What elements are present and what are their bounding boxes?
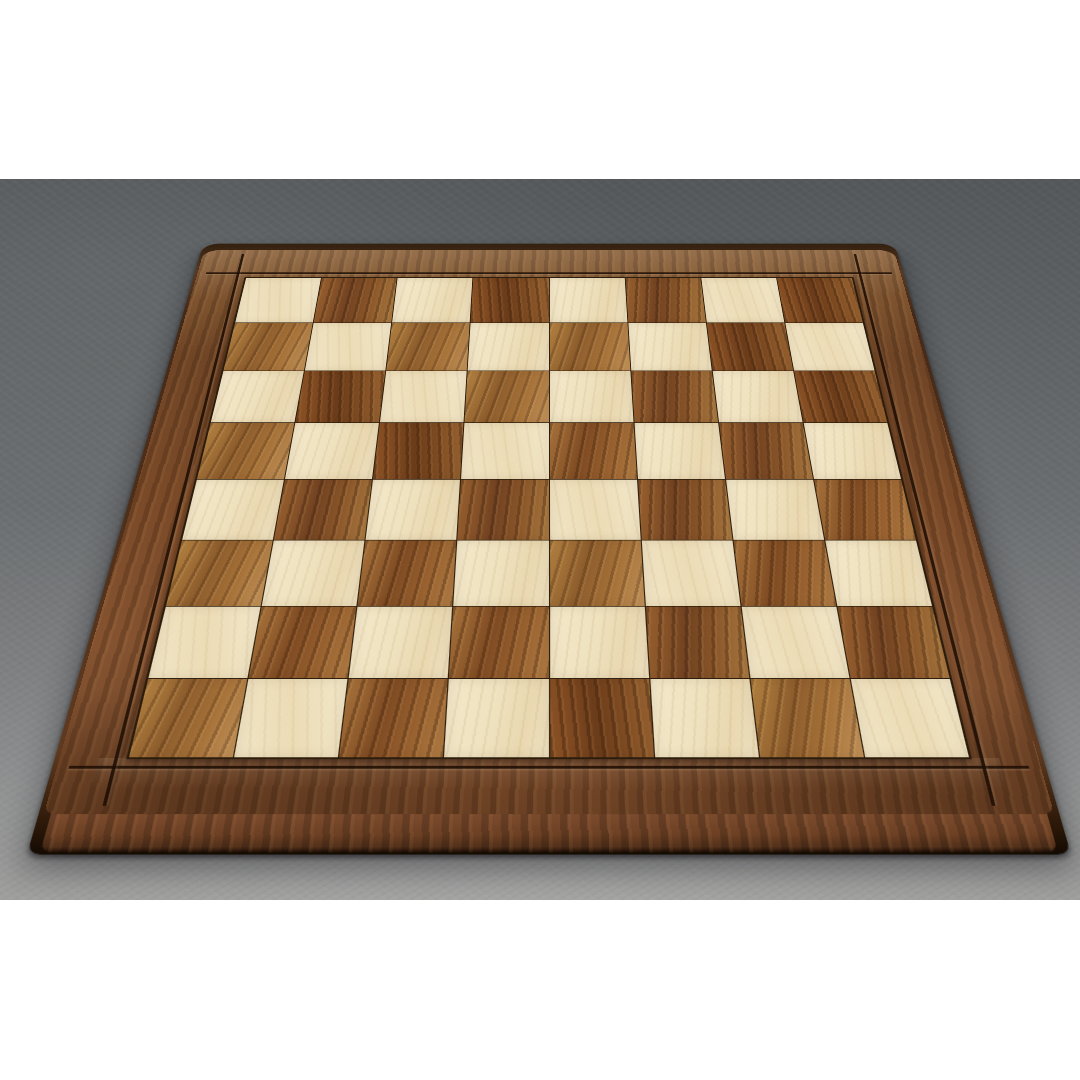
square-e8 bbox=[549, 278, 627, 322]
square-c3 bbox=[358, 540, 457, 605]
square-g6 bbox=[713, 371, 803, 422]
square-a3 bbox=[166, 540, 273, 605]
square-g1 bbox=[750, 679, 864, 757]
square-d1 bbox=[444, 679, 548, 757]
square-b8 bbox=[314, 278, 397, 322]
square-g2 bbox=[741, 606, 849, 678]
square-a5 bbox=[197, 423, 294, 478]
square-h8 bbox=[777, 278, 863, 322]
square-g4 bbox=[726, 479, 824, 539]
square-e6 bbox=[549, 371, 633, 422]
square-d2 bbox=[449, 606, 548, 678]
square-h5 bbox=[804, 423, 901, 478]
square-f2 bbox=[645, 606, 749, 678]
square-g8 bbox=[701, 278, 784, 322]
square-f3 bbox=[641, 540, 740, 605]
square-b2 bbox=[249, 606, 357, 678]
square-d8 bbox=[471, 278, 549, 322]
letterbox-bottom bbox=[0, 900, 1080, 1080]
square-h6 bbox=[794, 371, 887, 422]
square-a1 bbox=[129, 679, 247, 757]
square-d6 bbox=[465, 371, 549, 422]
square-c5 bbox=[373, 423, 464, 478]
square-e4 bbox=[550, 479, 641, 539]
square-d5 bbox=[461, 423, 548, 478]
square-b6 bbox=[295, 371, 385, 422]
square-b3 bbox=[262, 540, 365, 605]
square-g5 bbox=[719, 423, 813, 478]
square-b4 bbox=[274, 479, 372, 539]
square-g7 bbox=[707, 323, 793, 371]
square-c2 bbox=[349, 606, 453, 678]
square-h7 bbox=[785, 323, 874, 371]
square-g3 bbox=[733, 540, 836, 605]
square-e5 bbox=[549, 423, 636, 478]
square-c6 bbox=[380, 371, 467, 422]
square-h2 bbox=[837, 606, 949, 678]
playing-field bbox=[126, 277, 972, 759]
chess-board bbox=[44, 250, 1054, 813]
square-c4 bbox=[366, 479, 460, 539]
groove-top-line bbox=[206, 272, 892, 273]
square-d4 bbox=[458, 479, 549, 539]
square-a2 bbox=[148, 606, 260, 678]
square-f8 bbox=[625, 278, 705, 322]
square-e1 bbox=[550, 679, 654, 757]
square-b1 bbox=[234, 679, 348, 757]
square-c8 bbox=[392, 278, 472, 322]
square-a8 bbox=[235, 278, 321, 322]
square-f1 bbox=[650, 679, 759, 757]
square-h1 bbox=[851, 679, 969, 757]
square-b7 bbox=[305, 323, 391, 371]
square-e7 bbox=[549, 323, 630, 371]
square-b5 bbox=[285, 423, 379, 478]
letterbox-top bbox=[0, 0, 1080, 179]
square-d7 bbox=[468, 323, 549, 371]
square-h4 bbox=[814, 479, 916, 539]
square-c1 bbox=[339, 679, 448, 757]
square-c7 bbox=[386, 323, 470, 371]
square-a6 bbox=[211, 371, 304, 422]
groove-bottom-line bbox=[69, 766, 1030, 769]
square-e3 bbox=[550, 540, 645, 605]
square-f5 bbox=[634, 423, 725, 478]
square-h3 bbox=[825, 540, 932, 605]
square-f6 bbox=[631, 371, 718, 422]
product-photo-page: { "game": "chess", "scene_description": … bbox=[0, 0, 1080, 1080]
square-f4 bbox=[638, 479, 732, 539]
square-d3 bbox=[454, 540, 549, 605]
square-f7 bbox=[628, 323, 712, 371]
square-e2 bbox=[550, 606, 649, 678]
square-a4 bbox=[182, 479, 284, 539]
square-a7 bbox=[223, 323, 312, 371]
